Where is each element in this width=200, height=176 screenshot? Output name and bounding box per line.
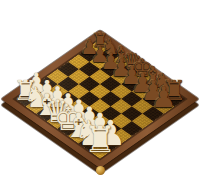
black-pawn-h7[interactable]: ♟: [151, 83, 177, 112]
chess-set-photo: ♜♞♝♛♚♝♞♜♟♟♟♟♟♟♟♟♟♟♟♟♟♟♟♟♜♞♝♛♚♝♞♜: [0, 0, 200, 176]
brass-foot: [96, 166, 105, 175]
white-rook-h1[interactable]: ♜: [84, 122, 116, 158]
